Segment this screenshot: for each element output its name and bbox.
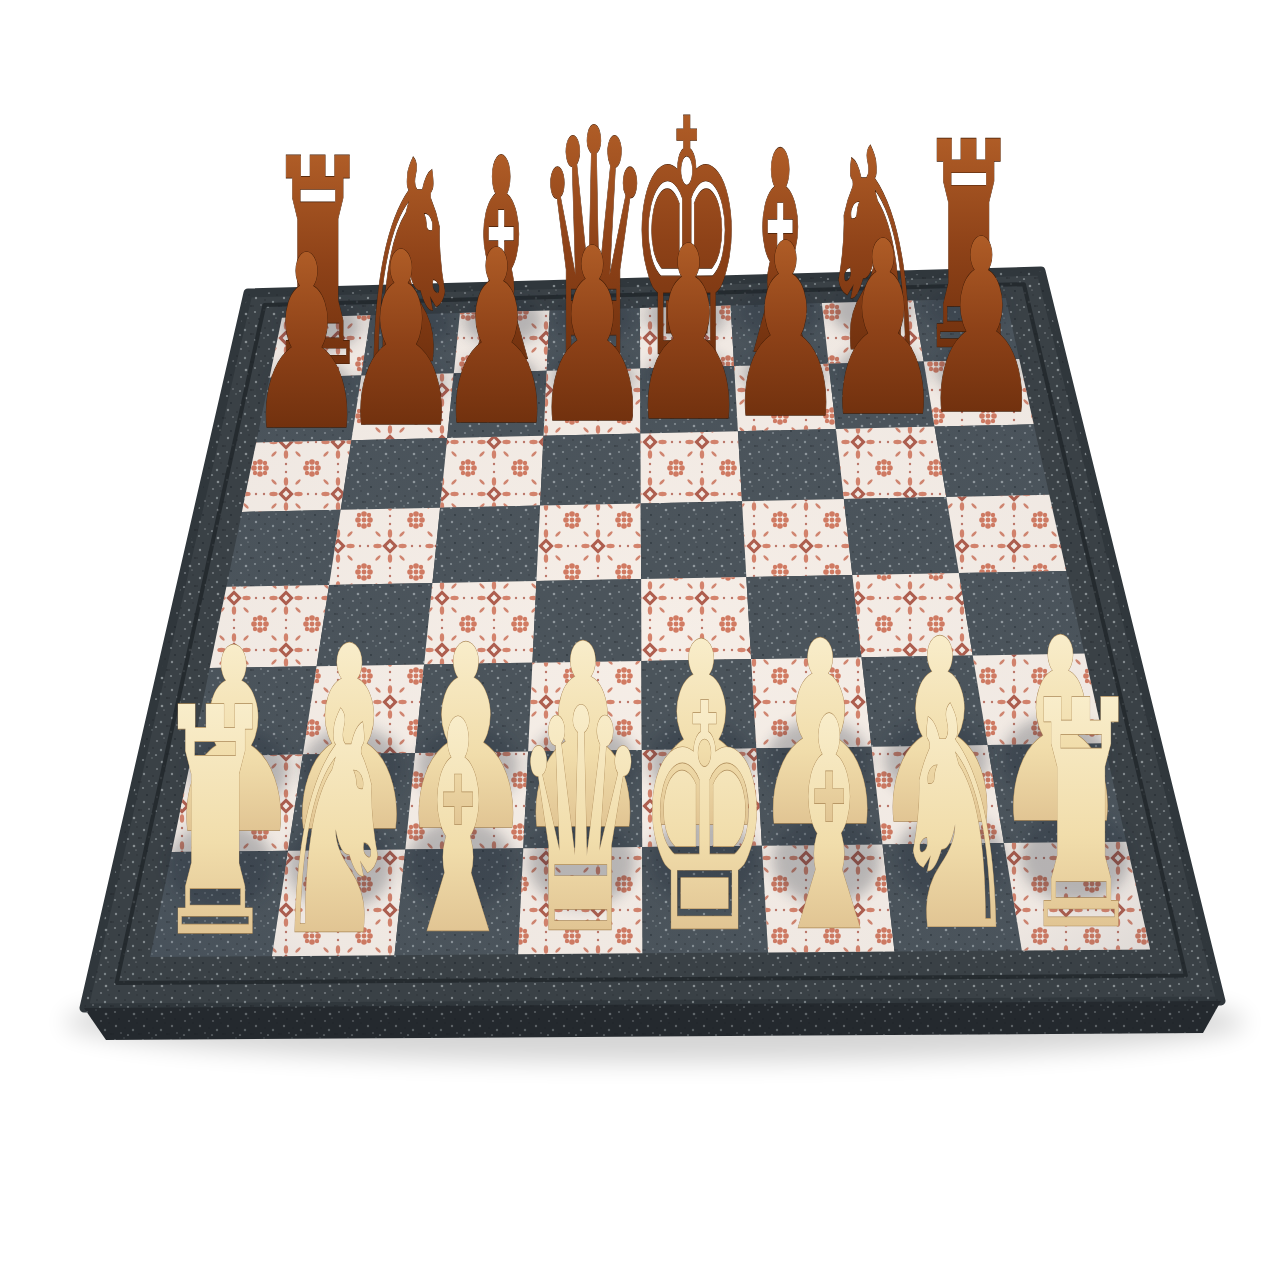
piece-white-rook-a1[interactable]: ♜ — [156, 642, 274, 1007]
chess-photo-scene: ♜♞♝♛♚♝♞♜♟♟♟♟♟♟♟♟♟♟♟♟♟♟♟♟♜♞♝♛♚♝♞♜ — [0, 0, 1280, 1280]
piece-black-pawn-h7[interactable]: ♟ — [921, 188, 1042, 468]
piece-white-knight-g1[interactable]: ♞ — [890, 643, 1020, 999]
piece-white-rook-h1[interactable]: ♜ — [1022, 635, 1140, 1000]
piece-white-king-e1[interactable]: ♚ — [638, 637, 771, 1002]
piece-white-bishop-f1[interactable]: ♝ — [770, 655, 888, 997]
piece-white-bishop-c1[interactable]: ♝ — [399, 658, 517, 1000]
piece-white-knight-b1[interactable]: ♞ — [271, 648, 401, 1004]
chess-board: ♜♞♝♛♚♝♞♜♟♟♟♟♟♟♟♟♟♟♟♟♟♟♟♟♜♞♝♛♚♝♞♜ — [0, 0, 1280, 1280]
piece-white-queen-d1[interactable]: ♛ — [514, 644, 647, 1002]
